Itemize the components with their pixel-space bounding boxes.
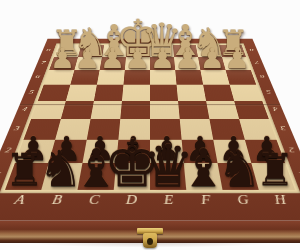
rank-label-left-7: 7	[40, 60, 46, 64]
square-c4	[91, 101, 122, 119]
square-f2	[182, 140, 218, 163]
square-g8	[196, 45, 222, 57]
square-h8	[219, 45, 246, 57]
square-e8	[150, 45, 174, 57]
square-c5	[94, 85, 124, 101]
square-e7	[150, 57, 175, 70]
file-label-h: H	[273, 194, 288, 206]
square-f1	[184, 163, 223, 190]
file-label-f: F	[200, 194, 211, 206]
clasp-hole	[147, 238, 153, 245]
square-h7	[222, 57, 251, 70]
square-f4	[178, 101, 209, 119]
rank-label-left-1: 1	[0, 170, 3, 179]
rank-label-left-8: 8	[46, 48, 51, 52]
square-e1	[150, 163, 186, 190]
file-label-b: B	[51, 194, 63, 206]
rank-label-left-2: 2	[4, 146, 12, 153]
file-label-d: D	[125, 194, 137, 206]
square-d7	[125, 57, 150, 70]
square-d5	[122, 85, 150, 101]
rank-label-left-5: 5	[28, 89, 34, 94]
square-b1	[41, 163, 82, 190]
square-e6	[150, 70, 177, 85]
square-a8	[54, 45, 81, 57]
square-e5	[150, 85, 178, 101]
rank-label-right-1: 1	[297, 170, 300, 179]
square-d4	[120, 101, 150, 119]
file-label-g: G	[236, 194, 250, 206]
square-h6	[226, 70, 257, 85]
square-b4	[61, 101, 94, 119]
square-d6	[123, 70, 150, 85]
square-g7	[198, 57, 226, 70]
square-b3	[55, 119, 90, 140]
rank-label-right-5: 5	[265, 89, 271, 94]
square-d1	[114, 163, 150, 190]
square-d2	[116, 140, 150, 163]
rank-label-left-3: 3	[13, 125, 21, 132]
square-b6	[70, 70, 99, 85]
square-c2	[82, 140, 118, 163]
file-label-e: E	[164, 194, 174, 206]
square-d3	[118, 119, 150, 140]
square-f8	[173, 45, 198, 57]
square-b5	[66, 85, 97, 101]
square-b2	[49, 140, 87, 163]
square-f6	[175, 70, 203, 85]
brass-clasp-icon	[137, 228, 163, 250]
chess-set-photo: ABCDEFGH8877665544332211 ♜♞♝♚♛♝♞♜♟♟♟♟♟♟♟…	[0, 0, 300, 250]
rank-label-right-7: 7	[254, 60, 260, 64]
square-c1	[78, 163, 117, 190]
square-d8	[126, 45, 150, 57]
square-b7	[74, 57, 102, 70]
square-c3	[87, 119, 121, 140]
rank-label-right-6: 6	[259, 74, 265, 79]
square-e3	[150, 119, 182, 140]
rank-label-left-6: 6	[35, 74, 41, 79]
file-label-c: C	[88, 194, 100, 206]
square-f7	[174, 57, 200, 70]
rank-label-right-3: 3	[279, 125, 287, 132]
square-c7	[100, 57, 126, 70]
rank-label-right-4: 4	[272, 106, 279, 112]
square-c6	[97, 70, 125, 85]
square-e2	[150, 140, 184, 163]
rank-label-left-4: 4	[21, 106, 28, 112]
file-label-a: A	[13, 194, 26, 206]
square-b8	[78, 45, 104, 57]
rank-label-right-2: 2	[288, 146, 296, 153]
square-c8	[102, 45, 127, 57]
square-f3	[180, 119, 214, 140]
square-f5	[177, 85, 207, 101]
square-h5	[230, 85, 263, 101]
wooden-box-top: ABCDEFGH8877665544332211	[0, 39, 300, 221]
square-e4	[150, 101, 180, 119]
rank-label-right-8: 8	[249, 48, 254, 52]
